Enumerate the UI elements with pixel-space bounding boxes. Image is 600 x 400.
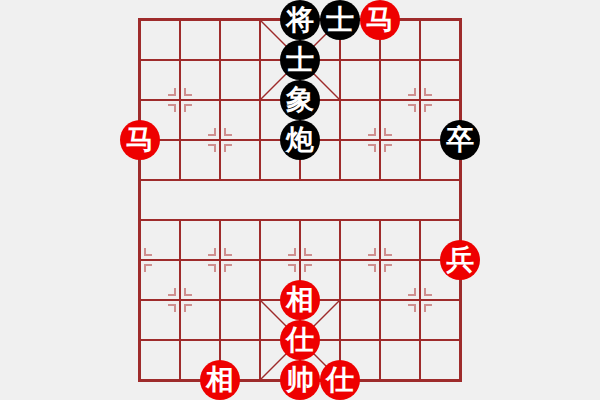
screen-background: 将士马士象马炮卒兵相仕相帅仕 (0, 0, 600, 400)
piece-black-elephant[interactable]: 象 (280, 80, 320, 120)
piece-red-horse[interactable]: 马 (120, 120, 160, 160)
piece-black-cannon[interactable]: 炮 (280, 120, 320, 160)
piece-red-advisor[interactable]: 仕 (280, 320, 320, 360)
piece-red-elephant[interactable]: 相 (200, 360, 240, 400)
piece-red-elephant[interactable]: 相 (280, 280, 320, 320)
piece-black-advisor[interactable]: 士 (280, 40, 320, 80)
piece-black-advisor[interactable]: 士 (320, 0, 360, 40)
piece-black-soldier[interactable]: 卒 (440, 120, 480, 160)
piece-red-horse[interactable]: 马 (360, 0, 400, 40)
piece-red-advisor[interactable]: 仕 (320, 360, 360, 400)
xiangqi-board[interactable]: 将士马士象马炮卒兵相仕相帅仕 (140, 20, 460, 380)
piece-red-soldier[interactable]: 兵 (440, 240, 480, 280)
piece-red-general[interactable]: 帅 (280, 360, 320, 400)
piece-black-general[interactable]: 将 (280, 0, 320, 40)
pieces-layer: 将士马士象马炮卒兵相仕相帅仕 (140, 20, 460, 380)
